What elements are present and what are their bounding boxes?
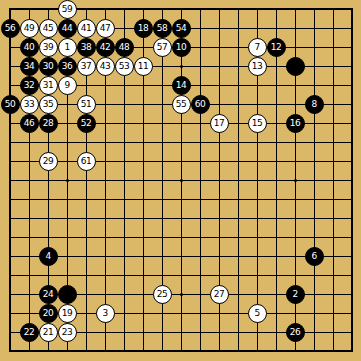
stone-move-20[interactable]: 20 [39,304,58,323]
stone-move-61[interactable]: 61 [77,152,96,171]
stone-move-55[interactable]: 55 [172,95,191,114]
stone-move-26[interactable]: 26 [286,323,305,342]
stone-move-35[interactable]: 35 [39,95,58,114]
grid-line-horizontal [9,199,353,200]
stone-move-46[interactable]: 46 [20,114,39,133]
stone-handicap-Q16[interactable] [286,57,305,76]
stone-move-23[interactable]: 23 [58,323,77,342]
stone-move-2[interactable]: 2 [286,285,305,304]
stone-move-42[interactable]: 42 [96,38,115,57]
stone-move-9[interactable]: 9 [58,76,77,95]
stone-move-50[interactable]: 50 [1,95,20,114]
stone-move-38[interactable]: 38 [77,38,96,57]
stone-move-17[interactable]: 17 [210,114,229,133]
grid-line-vertical [238,8,239,352]
grid-line-vertical [333,8,334,352]
stone-move-10[interactable]: 10 [172,38,191,57]
stone-move-27[interactable]: 27 [210,285,229,304]
stone-move-45[interactable]: 45 [39,19,58,38]
stone-move-22[interactable]: 22 [20,323,39,342]
stone-move-40[interactable]: 40 [20,38,39,57]
stone-move-5[interactable]: 5 [248,304,267,323]
stone-move-29[interactable]: 29 [39,152,58,171]
grid-line-vertical [276,8,277,352]
stone-move-53[interactable]: 53 [115,57,134,76]
stone-move-14[interactable]: 14 [172,76,191,95]
stone-handicap-D4[interactable] [58,285,77,304]
stone-move-36[interactable]: 36 [58,57,77,76]
grid-line-vertical [200,8,201,352]
stone-move-32[interactable]: 32 [20,76,39,95]
stone-move-8[interactable]: 8 [305,95,324,114]
stone-move-21[interactable]: 21 [39,323,58,342]
stone-move-30[interactable]: 30 [39,57,58,76]
stone-move-3[interactable]: 3 [96,304,115,323]
star-point [180,293,183,296]
grid-line-horizontal [9,237,353,238]
stone-move-47[interactable]: 47 [96,19,115,38]
grid-line-vertical [351,8,353,352]
stone-move-25[interactable]: 25 [153,285,172,304]
stone-move-7[interactable]: 7 [248,38,267,57]
stone-move-28[interactable]: 28 [39,114,58,133]
stone-move-39[interactable]: 39 [39,38,58,57]
grid-line-horizontal [9,350,353,352]
star-point [180,179,183,182]
stone-move-60[interactable]: 60 [191,95,210,114]
stone-move-56[interactable]: 56 [1,19,20,38]
stone-move-18[interactable]: 18 [134,19,153,38]
stone-move-11[interactable]: 11 [134,57,153,76]
stone-move-15[interactable]: 15 [248,114,267,133]
stone-move-54[interactable]: 54 [172,19,191,38]
stone-move-59[interactable]: 59 [58,0,77,19]
star-point [66,179,69,182]
go-board[interactable]: 1234567891011121314151617181920212223242… [0,0,361,361]
stone-move-48[interactable]: 48 [115,38,134,57]
stone-move-31[interactable]: 31 [39,76,58,95]
stone-move-41[interactable]: 41 [77,19,96,38]
stone-move-1[interactable]: 1 [58,38,77,57]
grid-line-horizontal [9,218,353,219]
grid-line-horizontal [9,256,353,257]
stone-move-43[interactable]: 43 [96,57,115,76]
stone-move-12[interactable]: 12 [267,38,286,57]
grid-line-vertical [314,8,315,352]
star-point [294,179,297,182]
stone-move-58[interactable]: 58 [153,19,172,38]
star-point [180,65,183,68]
grid-line-horizontal [9,275,353,276]
stone-move-19[interactable]: 19 [58,304,77,323]
stone-move-37[interactable]: 37 [77,57,96,76]
stone-move-51[interactable]: 51 [77,95,96,114]
stone-move-34[interactable]: 34 [20,57,39,76]
stone-move-13[interactable]: 13 [248,57,267,76]
stone-move-24[interactable]: 24 [39,285,58,304]
stone-move-52[interactable]: 52 [77,114,96,133]
stone-move-6[interactable]: 6 [305,247,324,266]
stone-move-16[interactable]: 16 [286,114,305,133]
stone-move-44[interactable]: 44 [58,19,77,38]
stone-move-33[interactable]: 33 [20,95,39,114]
stone-move-4[interactable]: 4 [39,247,58,266]
stone-move-49[interactable]: 49 [20,19,39,38]
stone-move-57[interactable]: 57 [153,38,172,57]
